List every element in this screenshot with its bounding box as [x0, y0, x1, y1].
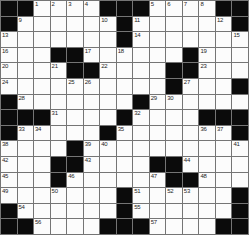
cell-r5c13[interactable]: 23	[199, 63, 215, 78]
cell-r14c3[interactable]	[34, 204, 50, 219]
clue-number-15: 15	[233, 32, 239, 39]
clue-number-47: 47	[151, 173, 157, 180]
cell-r4c10[interactable]	[150, 48, 166, 63]
cell-r4c9[interactable]	[133, 48, 149, 63]
cell-r15c4[interactable]	[51, 219, 67, 234]
cell-r7c5[interactable]	[67, 95, 83, 110]
black-cell-r9c15	[232, 126, 248, 141]
cell-r11c3[interactable]	[34, 157, 50, 172]
cell-r12c6[interactable]	[84, 173, 100, 188]
cell-r9c10[interactable]	[150, 126, 166, 141]
cell-r12c14[interactable]	[216, 173, 232, 188]
black-cell-r8c15	[232, 110, 248, 125]
cell-r9c9[interactable]	[133, 126, 149, 141]
cell-r14c13[interactable]	[199, 204, 215, 219]
cell-r11c14[interactable]	[216, 157, 232, 172]
cell-r1c5[interactable]: 3	[67, 1, 83, 16]
cell-r7c6[interactable]	[84, 95, 100, 110]
black-cell-r8c2	[18, 110, 34, 125]
clue-number-36: 36	[200, 126, 206, 133]
cell-r6c3[interactable]	[34, 79, 50, 94]
cell-r14c12[interactable]	[183, 204, 199, 219]
black-cell-r8c13	[199, 110, 215, 125]
cell-r7c3[interactable]	[34, 95, 50, 110]
cell-r12c7[interactable]	[100, 173, 116, 188]
cell-r7c10[interactable]: 29	[150, 95, 166, 110]
black-cell-r2c15	[232, 17, 248, 32]
cell-r9c6[interactable]	[84, 126, 100, 141]
cell-r2c6[interactable]	[84, 17, 100, 32]
black-cell-r14c8	[117, 204, 133, 219]
cell-r10c9[interactable]	[133, 141, 149, 156]
cell-r3c13[interactable]	[199, 32, 215, 47]
black-cell-r2c8	[117, 17, 133, 32]
cell-r6c13[interactable]	[199, 79, 215, 94]
cell-r10c3[interactable]	[34, 141, 50, 156]
cell-r6c8[interactable]	[117, 79, 133, 94]
black-cell-r6c11	[166, 79, 182, 94]
black-cell-r15c2	[18, 219, 34, 234]
black-cell-r12c11	[166, 173, 182, 188]
cell-r13c6[interactable]	[84, 188, 100, 203]
cell-r9c14[interactable]: 37	[216, 126, 232, 141]
cell-r9c4[interactable]	[51, 126, 67, 141]
cell-r1c11[interactable]: 6	[166, 1, 182, 16]
black-cell-r3c8	[117, 32, 133, 47]
cell-r6c9[interactable]	[133, 79, 149, 94]
clue-number-43: 43	[85, 157, 91, 164]
cell-r1c6[interactable]: 4	[84, 1, 100, 16]
black-cell-r13c15	[232, 188, 248, 203]
clue-number-39: 39	[85, 141, 91, 148]
clue-number-16: 16	[2, 48, 8, 55]
cell-r2c9[interactable]: 11	[133, 17, 149, 32]
cell-r13c14[interactable]	[216, 188, 232, 203]
cell-r6c14[interactable]	[216, 79, 232, 94]
crossword-board: 1234567891011121314151617181920212223242…	[0, 0, 249, 235]
black-cell-r2c1	[1, 17, 17, 32]
cell-r13c5[interactable]	[67, 188, 83, 203]
clue-number-30: 30	[167, 95, 173, 102]
cell-r6c6[interactable]: 26	[84, 79, 100, 94]
cell-r2c2[interactable]: 9	[18, 17, 34, 32]
cell-r1c4[interactable]: 2	[51, 1, 67, 16]
black-cell-r8c3	[34, 110, 50, 125]
cell-r3c3[interactable]	[34, 32, 50, 47]
clue-number-44: 44	[184, 157, 190, 164]
cell-r8c7[interactable]	[100, 110, 116, 125]
clue-number-1: 1	[35, 1, 38, 8]
cell-r7c2[interactable]: 28	[18, 95, 34, 110]
cell-r11c2[interactable]	[18, 157, 34, 172]
clue-number-12: 12	[217, 17, 223, 24]
cell-r13c1[interactable]: 49	[1, 188, 17, 203]
cell-r3c14[interactable]	[216, 32, 232, 47]
cell-r9c13[interactable]: 36	[199, 126, 215, 141]
clue-number-52: 52	[167, 188, 173, 195]
cell-r4c14[interactable]	[216, 48, 232, 63]
clue-number-19: 19	[200, 48, 206, 55]
cell-r15c13[interactable]	[199, 219, 215, 234]
cell-r10c7[interactable]: 40	[100, 141, 116, 156]
black-cell-r14c1	[1, 204, 17, 219]
cell-r4c3[interactable]	[34, 48, 50, 63]
cell-r13c11[interactable]: 52	[166, 188, 182, 203]
black-cell-r5c6	[84, 63, 100, 78]
cell-r12c8[interactable]	[117, 173, 133, 188]
cell-r5c15[interactable]	[232, 63, 248, 78]
clue-number-40: 40	[101, 141, 107, 148]
clue-number-57: 57	[151, 219, 157, 226]
clue-number-14: 14	[134, 32, 140, 39]
clue-number-53: 53	[184, 188, 190, 195]
black-cell-r5c5	[67, 63, 83, 78]
black-cell-r14c15	[232, 204, 248, 219]
black-cell-r4c5	[67, 48, 83, 63]
cell-r14c14[interactable]	[216, 204, 232, 219]
clue-number-10: 10	[101, 17, 107, 24]
black-cell-r11c11	[166, 157, 182, 172]
cell-r7c7[interactable]	[100, 95, 116, 110]
cell-r13c3[interactable]	[34, 188, 50, 203]
cell-r3c10[interactable]	[150, 32, 166, 47]
black-cell-r11c4	[51, 157, 67, 172]
clue-number-13: 13	[2, 32, 8, 39]
clue-number-2: 2	[52, 1, 55, 8]
cell-r2c14[interactable]: 12	[216, 17, 232, 32]
black-cell-r15c9	[133, 219, 149, 234]
black-cell-r1c7	[100, 1, 116, 16]
clue-number-8: 8	[200, 1, 203, 8]
cell-r5c1[interactable]: 20	[1, 63, 17, 78]
cell-r11c9[interactable]	[133, 157, 149, 172]
cell-r9c3[interactable]: 34	[34, 126, 50, 141]
cell-r13c9[interactable]: 51	[133, 188, 149, 203]
cell-r15c5[interactable]	[67, 219, 83, 234]
cell-r2c13[interactable]	[199, 17, 215, 32]
cell-r14c10[interactable]	[150, 204, 166, 219]
black-cell-r15c8	[117, 219, 133, 234]
black-cell-r12c12	[183, 173, 199, 188]
cell-r14c7[interactable]	[100, 204, 116, 219]
cell-r14c5[interactable]	[67, 204, 83, 219]
black-cell-r5c11	[166, 63, 182, 78]
clue-number-24: 24	[2, 79, 8, 86]
cell-r9c12[interactable]	[183, 126, 199, 141]
cell-r4c2[interactable]	[18, 48, 34, 63]
black-cell-r15c14	[216, 219, 232, 234]
cell-r14c9[interactable]: 55	[133, 204, 149, 219]
cell-r6c1[interactable]: 24	[1, 79, 17, 94]
cell-r2c10[interactable]	[150, 17, 166, 32]
cell-r8c12[interactable]	[183, 110, 199, 125]
black-cell-r11c10	[150, 157, 166, 172]
cell-r4c1[interactable]: 16	[1, 48, 17, 63]
cell-r12c9[interactable]	[133, 173, 149, 188]
clue-number-32: 32	[134, 110, 140, 117]
cell-r8c9[interactable]: 32	[133, 110, 149, 125]
cell-r8c11[interactable]	[166, 110, 182, 125]
clue-number-33: 33	[19, 126, 25, 133]
cell-r11c1[interactable]: 42	[1, 157, 17, 172]
cell-r1c12[interactable]: 7	[183, 1, 199, 16]
cell-r5c10[interactable]	[150, 63, 166, 78]
cell-r15c10[interactable]: 57	[150, 219, 166, 234]
cell-r11c7[interactable]	[100, 157, 116, 172]
cell-r6c2[interactable]	[18, 79, 34, 94]
cell-r11c13[interactable]	[199, 157, 215, 172]
cell-r10c10[interactable]	[150, 141, 166, 156]
cell-r8c10[interactable]	[150, 110, 166, 125]
cell-r2c3[interactable]	[34, 17, 50, 32]
cell-r9c5[interactable]	[67, 126, 83, 141]
cell-r5c7[interactable]: 22	[100, 63, 116, 78]
cell-r2c5[interactable]	[67, 17, 83, 32]
clue-number-45: 45	[2, 173, 8, 180]
cell-r11c6[interactable]: 43	[84, 157, 100, 172]
cell-r5c14[interactable]	[216, 63, 232, 78]
cell-r12c15[interactable]	[232, 173, 248, 188]
clue-number-34: 34	[35, 126, 41, 133]
cell-r5c2[interactable]	[18, 63, 34, 78]
cell-r3c7[interactable]	[100, 32, 116, 47]
cell-r15c12[interactable]	[183, 219, 199, 234]
cell-r3c4[interactable]	[51, 32, 67, 47]
black-cell-r8c1	[1, 110, 17, 125]
cell-r5c8[interactable]	[117, 63, 133, 78]
clue-number-31: 31	[52, 110, 58, 117]
black-cell-r8c14	[216, 110, 232, 125]
clue-number-48: 48	[200, 173, 206, 180]
cell-r5c4[interactable]: 21	[51, 63, 67, 78]
cell-r7c12[interactable]	[183, 95, 199, 110]
cell-r6c5[interactable]: 25	[67, 79, 83, 94]
black-cell-r1c15	[232, 1, 248, 16]
clue-number-37: 37	[217, 126, 223, 133]
cell-r15c6[interactable]	[84, 219, 100, 234]
clue-number-54: 54	[19, 204, 25, 211]
cell-r2c11[interactable]	[166, 17, 182, 32]
clue-number-41: 41	[233, 141, 239, 148]
clue-number-46: 46	[68, 173, 74, 180]
clue-number-6: 6	[167, 1, 170, 8]
cell-r7c14[interactable]	[216, 95, 232, 110]
cell-r4c6[interactable]: 17	[84, 48, 100, 63]
clue-number-9: 9	[19, 17, 22, 24]
cell-r1c10[interactable]: 5	[150, 1, 166, 16]
crossword-grid: 1234567891011121314151617181920212223242…	[0, 0, 249, 235]
black-cell-r10c5	[67, 141, 83, 156]
black-cell-r1c2	[18, 1, 34, 16]
clue-number-28: 28	[19, 95, 25, 102]
black-cell-r1c8	[117, 1, 133, 16]
cell-r2c12[interactable]	[183, 17, 199, 32]
cell-r5c9[interactable]	[133, 63, 149, 78]
black-cell-r1c1	[1, 1, 17, 16]
black-cell-r15c1	[1, 219, 17, 234]
cell-r6c7[interactable]	[100, 79, 116, 94]
cell-r3c9[interactable]: 14	[133, 32, 149, 47]
clue-number-25: 25	[68, 79, 74, 86]
cell-r14c2[interactable]: 54	[18, 204, 34, 219]
black-cell-r12c4	[51, 173, 67, 188]
cell-r14c11[interactable]	[166, 204, 182, 219]
cell-r10c1[interactable]: 38	[1, 141, 17, 156]
clue-number-29: 29	[151, 95, 157, 102]
cell-r8c6[interactable]	[84, 110, 100, 125]
black-cell-r1c9	[133, 1, 149, 16]
cell-r11c15[interactable]	[232, 157, 248, 172]
cell-r12c3[interactable]	[34, 173, 50, 188]
clue-number-51: 51	[134, 188, 140, 195]
cell-r3c12[interactable]	[183, 32, 199, 47]
cell-r8c5[interactable]	[67, 110, 83, 125]
cell-r3c15[interactable]: 15	[232, 32, 248, 47]
clue-number-50: 50	[52, 188, 58, 195]
cell-r13c12[interactable]: 53	[183, 188, 199, 203]
cell-r9c11[interactable]	[166, 126, 182, 141]
black-cell-r15c7	[100, 219, 116, 234]
clue-number-23: 23	[200, 63, 206, 70]
cell-r5c3[interactable]	[34, 63, 50, 78]
clue-number-22: 22	[101, 63, 107, 70]
clue-number-21: 21	[52, 63, 58, 70]
cell-r10c15[interactable]: 41	[232, 141, 248, 156]
clue-number-7: 7	[184, 1, 187, 8]
cell-r15c3[interactable]: 56	[34, 219, 50, 234]
cell-r10c6[interactable]: 39	[84, 141, 100, 156]
cell-r3c11[interactable]	[166, 32, 182, 47]
cell-r12c5[interactable]: 46	[67, 173, 83, 188]
cell-r10c2[interactable]	[18, 141, 34, 156]
clue-number-5: 5	[151, 1, 154, 8]
black-cell-r4c4	[51, 48, 67, 63]
cell-r4c8[interactable]: 18	[117, 48, 133, 63]
black-cell-r9c1	[1, 126, 17, 141]
cell-r7c13[interactable]	[199, 95, 215, 110]
cell-r13c2[interactable]	[18, 188, 34, 203]
cell-r10c4[interactable]	[51, 141, 67, 156]
cell-r13c7[interactable]	[100, 188, 116, 203]
cell-r12c2[interactable]	[18, 173, 34, 188]
clue-number-49: 49	[2, 188, 8, 195]
clue-number-3: 3	[68, 1, 71, 8]
cell-r10c12[interactable]	[183, 141, 199, 156]
cell-r9c2[interactable]: 33	[18, 126, 34, 141]
cell-r4c15[interactable]	[232, 48, 248, 63]
cell-r6c4[interactable]	[51, 79, 67, 94]
black-cell-r13c8	[117, 188, 133, 203]
cell-r10c11[interactable]	[166, 141, 182, 156]
cell-r14c6[interactable]	[84, 204, 100, 219]
clue-number-38: 38	[2, 141, 8, 148]
cell-r4c13[interactable]: 19	[199, 48, 215, 63]
cell-r1c3[interactable]: 1	[34, 1, 50, 16]
cell-r11c8[interactable]	[117, 157, 133, 172]
cell-r4c11[interactable]	[166, 48, 182, 63]
cell-r14c4[interactable]	[51, 204, 67, 219]
cell-r1c13[interactable]: 8	[199, 1, 215, 16]
cell-r12c1[interactable]: 45	[1, 173, 17, 188]
cell-r4c7[interactable]	[100, 48, 116, 63]
cell-r10c13[interactable]	[199, 141, 215, 156]
clue-number-26: 26	[85, 79, 91, 86]
black-cell-r1c14	[216, 1, 232, 16]
black-cell-r8c8	[117, 110, 133, 125]
cell-r10c8[interactable]	[117, 141, 133, 156]
clue-number-18: 18	[118, 48, 124, 55]
clue-number-4: 4	[85, 1, 88, 8]
cell-r3c1[interactable]: 13	[1, 32, 17, 47]
clue-number-11: 11	[134, 17, 140, 24]
cell-r7c11[interactable]: 30	[166, 95, 182, 110]
cell-r2c4[interactable]	[51, 17, 67, 32]
cell-r13c10[interactable]	[150, 188, 166, 203]
clue-number-55: 55	[134, 204, 140, 211]
cell-r3c2[interactable]	[18, 32, 34, 47]
cell-r7c15[interactable]	[232, 95, 248, 110]
black-cell-r15c15	[232, 219, 248, 234]
cell-r2c7[interactable]: 10	[100, 17, 116, 32]
cell-r12c10[interactable]: 47	[150, 173, 166, 188]
cell-r15c11[interactable]	[166, 219, 182, 234]
black-cell-r5c12	[183, 63, 199, 78]
cell-r11c12[interactable]: 44	[183, 157, 199, 172]
black-cell-r9c7	[100, 126, 116, 141]
clue-number-27: 27	[184, 79, 190, 86]
clue-number-56: 56	[35, 219, 41, 226]
cell-r8c4[interactable]: 31	[51, 110, 67, 125]
black-cell-r6c15	[232, 79, 248, 94]
cell-r10c14[interactable]	[216, 141, 232, 156]
clue-number-35: 35	[118, 126, 124, 133]
cell-r7c8[interactable]	[117, 95, 133, 110]
black-cell-r7c1	[1, 95, 17, 110]
black-cell-r7c9	[133, 95, 149, 110]
cell-r12c13[interactable]: 48	[199, 173, 215, 188]
cell-r3c5[interactable]	[67, 32, 83, 47]
clue-number-42: 42	[2, 157, 8, 164]
cell-r7c4[interactable]	[51, 95, 67, 110]
black-cell-r4c12	[183, 48, 199, 63]
cell-r3c6[interactable]	[84, 32, 100, 47]
cell-r9c8[interactable]: 35	[117, 126, 133, 141]
black-cell-r11c5	[67, 157, 83, 172]
clue-number-17: 17	[85, 48, 91, 55]
clue-number-20: 20	[2, 63, 8, 70]
cell-r13c13[interactable]	[199, 188, 215, 203]
cell-r6c10[interactable]	[150, 79, 166, 94]
cell-r13c4[interactable]: 50	[51, 188, 67, 203]
cell-r6c12[interactable]: 27	[183, 79, 199, 94]
